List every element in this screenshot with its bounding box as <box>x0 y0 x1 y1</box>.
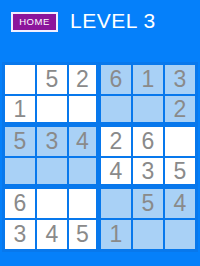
cell-r3c6-empty[interactable] <box>165 127 195 156</box>
cell-r2c2-empty[interactable] <box>37 96 67 125</box>
cell-r3c3-given: 4 <box>69 127 99 156</box>
cell-r4c2-empty[interactable] <box>37 158 67 187</box>
cell-r4c1-empty[interactable] <box>5 158 35 187</box>
cell-r5c6-given: 4 <box>165 189 195 218</box>
cell-r3c4-given: 2 <box>101 127 131 156</box>
cell-r6c4-given: 1 <box>101 220 131 249</box>
cell-r4c4-given: 4 <box>101 158 131 187</box>
cell-r3c5-given: 6 <box>133 127 163 156</box>
cell-r5c1-given: 6 <box>5 189 35 218</box>
cell-r6c3-given: 5 <box>69 220 99 249</box>
page-title: LEVEL 3 <box>70 9 156 33</box>
cell-r3c1-given: 5 <box>5 127 35 156</box>
cell-r2c3-empty[interactable] <box>69 96 99 125</box>
cell-r1c4-given: 6 <box>101 65 131 94</box>
home-button[interactable]: HOME <box>11 12 58 32</box>
cell-r2c5-empty[interactable] <box>133 96 163 125</box>
app-screen: HOME LEVEL 3 5261312534264356543451 <box>0 0 200 266</box>
home-button-label: HOME <box>19 17 50 27</box>
cell-r3c2-given: 3 <box>37 127 67 156</box>
cell-r2c1-given: 1 <box>5 96 35 125</box>
cell-r4c6-given: 5 <box>165 158 195 187</box>
cell-r5c4-empty[interactable] <box>101 189 131 218</box>
cell-r2c6-given: 2 <box>165 96 195 125</box>
cell-r4c3-empty[interactable] <box>69 158 99 187</box>
cell-r4c5-given: 3 <box>133 158 163 187</box>
cell-r6c2-given: 4 <box>37 220 67 249</box>
cell-r1c1-empty[interactable] <box>5 65 35 94</box>
cell-r2c4-empty[interactable] <box>101 96 131 125</box>
cell-r5c5-given: 5 <box>133 189 163 218</box>
sudoku-board: 5261312534264356543451 <box>2 62 198 252</box>
cell-r1c5-given: 1 <box>133 65 163 94</box>
cell-r1c3-given: 2 <box>69 65 99 94</box>
cell-r1c2-given: 5 <box>37 65 67 94</box>
cell-r1c6-given: 3 <box>165 65 195 94</box>
cell-r5c3-empty[interactable] <box>69 189 99 218</box>
cell-r6c1-given: 3 <box>5 220 35 249</box>
cell-r6c6-empty[interactable] <box>165 220 195 249</box>
cell-r6c5-empty[interactable] <box>133 220 163 249</box>
cell-r5c2-empty[interactable] <box>37 189 67 218</box>
